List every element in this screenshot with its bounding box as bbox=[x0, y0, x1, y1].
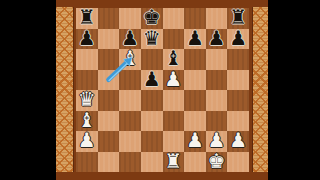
square-b5[interactable] bbox=[98, 70, 120, 91]
piece-black-P-a7[interactable]: ♟ bbox=[78, 29, 96, 48]
square-b6[interactable] bbox=[98, 49, 120, 70]
square-h7[interactable]: ♟ bbox=[227, 29, 249, 50]
square-h5[interactable] bbox=[227, 70, 249, 91]
square-f3[interactable] bbox=[184, 111, 206, 132]
square-d2[interactable] bbox=[141, 131, 163, 152]
square-f7[interactable]: ♟ bbox=[184, 29, 206, 50]
square-g5[interactable] bbox=[206, 70, 228, 91]
square-a1[interactable] bbox=[76, 152, 98, 173]
square-f8[interactable] bbox=[184, 8, 206, 29]
square-f6[interactable] bbox=[184, 49, 206, 70]
wallpaper-right-strip bbox=[253, 0, 268, 180]
square-g4[interactable] bbox=[206, 90, 228, 111]
square-c8[interactable] bbox=[119, 8, 141, 29]
piece-white-P-f2[interactable]: ♟ bbox=[186, 131, 204, 150]
piece-white-P-e5[interactable]: ♟ bbox=[164, 70, 182, 89]
square-a5[interactable] bbox=[76, 70, 98, 91]
square-a4[interactable]: ♛ bbox=[76, 90, 98, 111]
square-c3[interactable] bbox=[119, 111, 141, 132]
piece-white-R-e1[interactable]: ♜ bbox=[164, 152, 182, 171]
screenshot-canvas: ♜♚♜♟♟♛♟♟♟♝♝♟♟♛♝♟♟♟♟♜♚ bbox=[0, 0, 320, 180]
square-c2[interactable] bbox=[119, 131, 141, 152]
piece-black-P-f7[interactable]: ♟ bbox=[186, 29, 204, 48]
frame-bottom-band bbox=[56, 172, 268, 180]
square-e3[interactable] bbox=[163, 111, 185, 132]
square-f2[interactable]: ♟ bbox=[184, 131, 206, 152]
square-b1[interactable] bbox=[98, 152, 120, 173]
square-f5[interactable] bbox=[184, 70, 206, 91]
piece-white-P-g2[interactable]: ♟ bbox=[208, 131, 226, 150]
piece-black-P-g7[interactable]: ♟ bbox=[208, 29, 226, 48]
piece-black-P-h7[interactable]: ♟ bbox=[229, 29, 247, 48]
square-h6[interactable] bbox=[227, 49, 249, 70]
square-a6[interactable] bbox=[76, 49, 98, 70]
square-e1[interactable]: ♜ bbox=[163, 152, 185, 173]
square-d1[interactable] bbox=[141, 152, 163, 173]
square-f4[interactable] bbox=[184, 90, 206, 111]
letterbox-left bbox=[0, 0, 56, 180]
piece-white-B-c6[interactable]: ♝ bbox=[121, 49, 139, 68]
square-h2[interactable]: ♟ bbox=[227, 131, 249, 152]
piece-white-Q-a4[interactable]: ♛ bbox=[78, 90, 96, 109]
square-c7[interactable]: ♟ bbox=[119, 29, 141, 50]
square-d4[interactable] bbox=[141, 90, 163, 111]
square-d6[interactable] bbox=[141, 49, 163, 70]
square-d5[interactable]: ♟ bbox=[141, 70, 163, 91]
square-e6[interactable]: ♝ bbox=[163, 49, 185, 70]
square-h3[interactable] bbox=[227, 111, 249, 132]
square-g1[interactable]: ♚ bbox=[206, 152, 228, 173]
square-a8[interactable]: ♜ bbox=[76, 8, 98, 29]
wallpaper-left-strip bbox=[56, 0, 73, 180]
square-b2[interactable] bbox=[98, 131, 120, 152]
piece-black-R-h8[interactable]: ♜ bbox=[229, 8, 247, 27]
square-b4[interactable] bbox=[98, 90, 120, 111]
square-h1[interactable] bbox=[227, 152, 249, 173]
piece-white-P-a2[interactable]: ♟ bbox=[78, 131, 96, 150]
square-d3[interactable] bbox=[141, 111, 163, 132]
letterbox-right bbox=[268, 0, 320, 180]
square-e7[interactable] bbox=[163, 29, 185, 50]
piece-black-Q-d7[interactable]: ♛ bbox=[143, 29, 161, 48]
piece-white-K-g1[interactable]: ♚ bbox=[208, 152, 226, 171]
square-d7[interactable]: ♛ bbox=[141, 29, 163, 50]
square-b8[interactable] bbox=[98, 8, 120, 29]
square-c6[interactable]: ♝ bbox=[119, 49, 141, 70]
frame-top-band bbox=[56, 0, 268, 7]
square-h4[interactable] bbox=[227, 90, 249, 111]
square-a2[interactable]: ♟ bbox=[76, 131, 98, 152]
piece-black-P-d5[interactable]: ♟ bbox=[143, 70, 161, 89]
square-c5[interactable] bbox=[119, 70, 141, 91]
square-e5[interactable]: ♟ bbox=[163, 70, 185, 91]
square-a3[interactable]: ♝ bbox=[76, 111, 98, 132]
square-g8[interactable] bbox=[206, 8, 228, 29]
square-f1[interactable] bbox=[184, 152, 206, 173]
square-c1[interactable] bbox=[119, 152, 141, 173]
square-e4[interactable] bbox=[163, 90, 185, 111]
square-h8[interactable]: ♜ bbox=[227, 8, 249, 29]
square-g3[interactable] bbox=[206, 111, 228, 132]
square-g2[interactable]: ♟ bbox=[206, 131, 228, 152]
square-e2[interactable] bbox=[163, 131, 185, 152]
chess-board[interactable]: ♜♚♜♟♟♛♟♟♟♝♝♟♟♛♝♟♟♟♟♜♚ bbox=[76, 8, 249, 172]
square-g7[interactable]: ♟ bbox=[206, 29, 228, 50]
piece-black-K-d8[interactable]: ♚ bbox=[143, 8, 161, 27]
square-d8[interactable]: ♚ bbox=[141, 8, 163, 29]
square-a7[interactable]: ♟ bbox=[76, 29, 98, 50]
square-b3[interactable] bbox=[98, 111, 120, 132]
piece-black-R-a8[interactable]: ♜ bbox=[78, 8, 96, 27]
piece-white-P-h2[interactable]: ♟ bbox=[229, 131, 247, 150]
square-c4[interactable] bbox=[119, 90, 141, 111]
piece-black-B-e6[interactable]: ♝ bbox=[164, 49, 182, 68]
square-e8[interactable] bbox=[163, 8, 185, 29]
piece-white-B-a3[interactable]: ♝ bbox=[78, 111, 96, 130]
game-panel: ♜♚♜♟♟♛♟♟♟♝♝♟♟♛♝♟♟♟♟♜♚ bbox=[56, 0, 268, 180]
piece-black-P-c7[interactable]: ♟ bbox=[121, 29, 139, 48]
square-g6[interactable] bbox=[206, 49, 228, 70]
square-b7[interactable] bbox=[98, 29, 120, 50]
